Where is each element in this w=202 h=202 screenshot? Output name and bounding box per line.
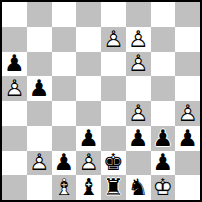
square-b1[interactable]: [27, 175, 52, 200]
square-f5[interactable]: [126, 76, 151, 101]
white-pawn-glyph: ♙: [78, 151, 99, 174]
black-pawn-glyph: ♟: [153, 127, 174, 150]
square-h2[interactable]: [175, 151, 200, 176]
square-e7[interactable]: ♟♙: [101, 27, 126, 52]
square-c6[interactable]: [52, 52, 77, 77]
black-rook: ♜: [101, 175, 126, 200]
black-pawn: ♟: [151, 151, 176, 176]
white-pawn: ♟♙: [76, 151, 101, 176]
white-pawn: ♟♙: [126, 101, 151, 126]
chess-board-grid: ♟♙♟♙♟♟♙♟♙♟♟♙♟♙♟♟♟♟♟♙♟♟♙♚♟♝♗♝♜♞♚♔: [2, 2, 200, 200]
square-b5[interactable]: ♟: [27, 76, 52, 101]
square-h3[interactable]: ♟: [175, 126, 200, 151]
black-pawn: ♟: [126, 126, 151, 151]
square-g1[interactable]: ♚♔: [151, 175, 176, 200]
white-pawn: ♟♙: [2, 76, 27, 101]
square-f2[interactable]: [126, 151, 151, 176]
square-a3[interactable]: [2, 126, 27, 151]
square-c7[interactable]: [52, 27, 77, 52]
black-pawn: ♟: [76, 126, 101, 151]
square-d4[interactable]: [76, 101, 101, 126]
black-pawn: ♟: [2, 52, 27, 77]
black-pawn-glyph: ♟: [78, 127, 99, 150]
square-d2[interactable]: ♟♙: [76, 151, 101, 176]
square-f4[interactable]: ♟♙: [126, 101, 151, 126]
square-h1[interactable]: [175, 175, 200, 200]
black-knight-glyph: ♞: [128, 176, 149, 199]
square-f7[interactable]: ♟♙: [126, 27, 151, 52]
square-h7[interactable]: [175, 27, 200, 52]
square-b4[interactable]: [27, 101, 52, 126]
white-pawn: ♟♙: [27, 151, 52, 176]
white-pawn-glyph: ♙: [177, 102, 198, 125]
square-b3[interactable]: [27, 126, 52, 151]
black-pawn: ♟: [175, 126, 200, 151]
square-b6[interactable]: [27, 52, 52, 77]
square-a1[interactable]: [2, 175, 27, 200]
black-bishop-glyph: ♝: [78, 176, 99, 199]
white-bishop: ♝♗: [52, 175, 77, 200]
square-d5[interactable]: [76, 76, 101, 101]
black-pawn-glyph: ♟: [128, 127, 149, 150]
square-c5[interactable]: [52, 76, 77, 101]
white-bishop-glyph: ♗: [54, 176, 75, 199]
square-d3[interactable]: ♟: [76, 126, 101, 151]
black-pawn-glyph: ♟: [177, 127, 198, 150]
square-f1[interactable]: ♞: [126, 175, 151, 200]
square-c2[interactable]: ♟: [52, 151, 77, 176]
white-pawn: ♟♙: [126, 27, 151, 52]
square-c1[interactable]: ♝♗: [52, 175, 77, 200]
square-d7[interactable]: [76, 27, 101, 52]
square-b2[interactable]: ♟♙: [27, 151, 52, 176]
white-pawn-glyph: ♙: [128, 102, 149, 125]
black-pawn-glyph: ♟: [153, 151, 174, 174]
square-a2[interactable]: [2, 151, 27, 176]
square-g7[interactable]: [151, 27, 176, 52]
black-bishop: ♝: [76, 175, 101, 200]
square-e1[interactable]: ♜: [101, 175, 126, 200]
square-e6[interactable]: [101, 52, 126, 77]
square-c8[interactable]: [52, 2, 77, 27]
white-pawn: ♟♙: [101, 27, 126, 52]
white-pawn-glyph: ♙: [128, 28, 149, 51]
square-b7[interactable]: [27, 27, 52, 52]
black-pawn-glyph: ♟: [4, 52, 25, 75]
square-f8[interactable]: [126, 2, 151, 27]
square-a8[interactable]: [2, 2, 27, 27]
black-pawn: ♟: [27, 76, 52, 101]
square-a7[interactable]: [2, 27, 27, 52]
square-a5[interactable]: ♟♙: [2, 76, 27, 101]
black-knight: ♞: [126, 175, 151, 200]
white-pawn-glyph: ♙: [103, 28, 124, 51]
square-d1[interactable]: ♝: [76, 175, 101, 200]
white-pawn: ♟♙: [126, 52, 151, 77]
square-c3[interactable]: [52, 126, 77, 151]
square-g2[interactable]: ♟: [151, 151, 176, 176]
square-e8[interactable]: [101, 2, 126, 27]
square-g6[interactable]: [151, 52, 176, 77]
black-pawn-glyph: ♟: [29, 77, 50, 100]
black-king-glyph: ♚: [103, 151, 124, 174]
black-king: ♚: [101, 151, 126, 176]
black-pawn-glyph: ♟: [54, 151, 75, 174]
square-e4[interactable]: [101, 101, 126, 126]
square-g3[interactable]: ♟: [151, 126, 176, 151]
square-h5[interactable]: [175, 76, 200, 101]
white-king: ♚♔: [151, 175, 176, 200]
square-g8[interactable]: [151, 2, 176, 27]
square-e2[interactable]: ♚: [101, 151, 126, 176]
black-pawn: ♟: [151, 126, 176, 151]
square-h6[interactable]: [175, 52, 200, 77]
square-g4[interactable]: [151, 101, 176, 126]
square-b8[interactable]: [27, 2, 52, 27]
white-pawn: ♟♙: [175, 101, 200, 126]
square-d6[interactable]: [76, 52, 101, 77]
square-h4[interactable]: ♟♙: [175, 101, 200, 126]
square-e3[interactable]: [101, 126, 126, 151]
square-a6[interactable]: ♟: [2, 52, 27, 77]
white-king-glyph: ♔: [153, 176, 174, 199]
square-e5[interactable]: [101, 76, 126, 101]
black-pawn: ♟: [52, 151, 77, 176]
square-c4[interactable]: [52, 101, 77, 126]
white-pawn-glyph: ♙: [4, 77, 25, 100]
square-f3[interactable]: ♟: [126, 126, 151, 151]
chess-board: ♟♙♟♙♟♟♙♟♙♟♟♙♟♙♟♟♟♟♟♙♟♟♙♚♟♝♗♝♜♞♚♔: [0, 0, 202, 202]
square-d8[interactable]: [76, 2, 101, 27]
white-pawn-glyph: ♙: [29, 151, 50, 174]
square-g5[interactable]: [151, 76, 176, 101]
square-a4[interactable]: [2, 101, 27, 126]
black-rook-glyph: ♜: [103, 176, 124, 199]
white-pawn-glyph: ♙: [128, 52, 149, 75]
square-f6[interactable]: ♟♙: [126, 52, 151, 77]
square-h8[interactable]: [175, 2, 200, 27]
